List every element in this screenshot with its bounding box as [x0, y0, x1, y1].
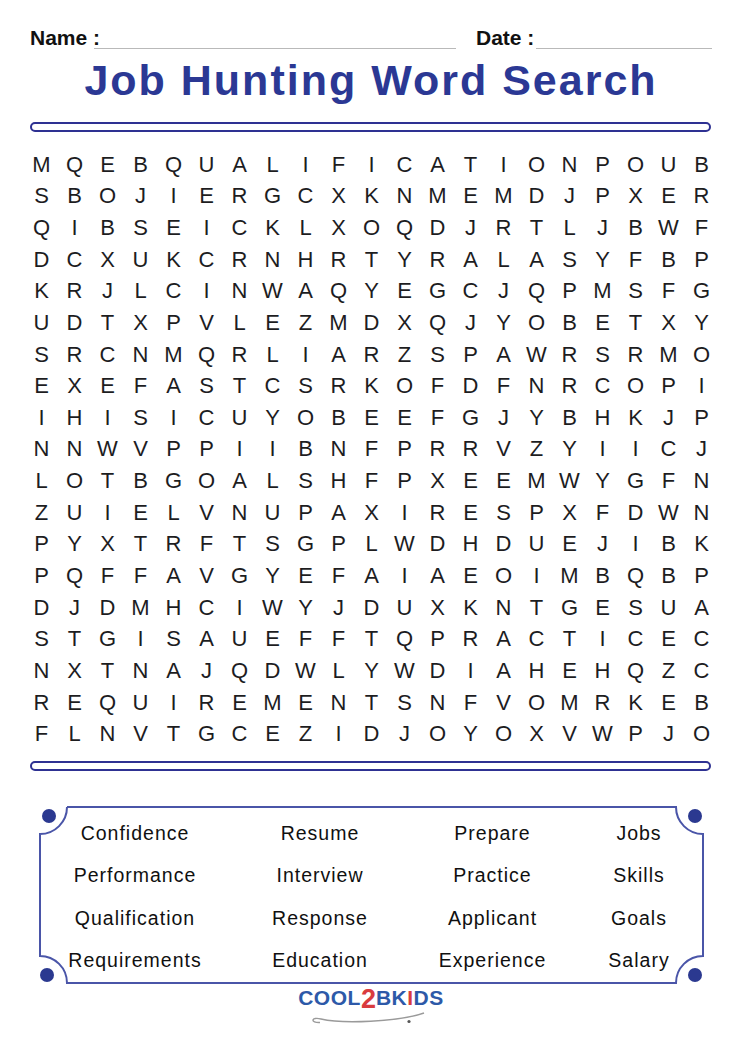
- grid-cell-r13c1[interactable]: P: [25, 529, 58, 561]
- grid-cell-r5c20[interactable]: F: [652, 276, 685, 308]
- grid-cell-r2c10[interactable]: X: [322, 181, 355, 213]
- grid-cell-r17c8[interactable]: D: [256, 655, 289, 687]
- grid-cell-r10c17[interactable]: Y: [553, 434, 586, 466]
- grid-cell-r9c9[interactable]: O: [289, 402, 322, 434]
- grid-cell-r4c16[interactable]: A: [520, 244, 553, 276]
- grid-cell-r11c20[interactable]: F: [652, 465, 685, 497]
- grid-cell-r3c14[interactable]: J: [454, 212, 487, 244]
- grid-cell-r4c20[interactable]: B: [652, 244, 685, 276]
- grid-cell-r2c2[interactable]: B: [58, 181, 91, 213]
- grid-cell-r14c14[interactable]: E: [454, 560, 487, 592]
- grid-cell-r18c4[interactable]: U: [124, 687, 157, 719]
- grid-cell-r13c13[interactable]: D: [421, 529, 454, 561]
- grid-cell-r19c10[interactable]: I: [322, 718, 355, 750]
- grid-cell-r13c6[interactable]: F: [190, 529, 223, 561]
- grid-cell-r18c10[interactable]: N: [322, 687, 355, 719]
- grid-cell-r4c18[interactable]: Y: [586, 244, 619, 276]
- grid-cell-r2c14[interactable]: E: [454, 181, 487, 213]
- grid-cell-r8c12[interactable]: O: [388, 370, 421, 402]
- grid-cell-r4c17[interactable]: S: [553, 244, 586, 276]
- grid-cell-r2c16[interactable]: D: [520, 181, 553, 213]
- grid-cell-r16c5[interactable]: S: [157, 623, 190, 655]
- grid-cell-r2c11[interactable]: K: [355, 181, 388, 213]
- grid-cell-r5c2[interactable]: R: [58, 276, 91, 308]
- grid-cell-r3c4[interactable]: S: [124, 212, 157, 244]
- grid-cell-r1c6[interactable]: U: [190, 149, 223, 181]
- grid-cell-r9c7[interactable]: U: [223, 402, 256, 434]
- grid-cell-r15c19[interactable]: S: [619, 592, 652, 624]
- grid-cell-r15c11[interactable]: D: [355, 592, 388, 624]
- grid-cell-r3c18[interactable]: J: [586, 212, 619, 244]
- grid-cell-r16c12[interactable]: Q: [388, 623, 421, 655]
- grid-cell-r5c11[interactable]: Y: [355, 276, 388, 308]
- grid-cell-r2c15[interactable]: M: [487, 181, 520, 213]
- grid-cell-r17c5[interactable]: A: [157, 655, 190, 687]
- grid-cell-r4c11[interactable]: T: [355, 244, 388, 276]
- grid-cell-r1c1[interactable]: M: [25, 149, 58, 181]
- grid-cell-r14c1[interactable]: P: [25, 560, 58, 592]
- grid-cell-r9c20[interactable]: J: [652, 402, 685, 434]
- grid-cell-r15c9[interactable]: Y: [289, 592, 322, 624]
- grid-cell-r5c1[interactable]: K: [25, 276, 58, 308]
- grid-cell-r14c2[interactable]: Q: [58, 560, 91, 592]
- grid-cell-r11c6[interactable]: O: [190, 465, 223, 497]
- grid-cell-r17c2[interactable]: X: [58, 655, 91, 687]
- grid-cell-r6c11[interactable]: D: [355, 307, 388, 339]
- grid-cell-r9c16[interactable]: Y: [520, 402, 553, 434]
- grid-cell-r1c8[interactable]: L: [256, 149, 289, 181]
- grid-cell-r10c12[interactable]: P: [388, 434, 421, 466]
- grid-cell-r12c11[interactable]: X: [355, 497, 388, 529]
- grid-cell-r19c4[interactable]: V: [124, 718, 157, 750]
- grid-cell-r4c14[interactable]: A: [454, 244, 487, 276]
- grid-cell-r10c1[interactable]: N: [25, 434, 58, 466]
- grid-cell-r1c5[interactable]: Q: [157, 149, 190, 181]
- grid-cell-r19c21[interactable]: O: [685, 718, 718, 750]
- grid-cell-r11c8[interactable]: L: [256, 465, 289, 497]
- grid-cell-r8c5[interactable]: A: [157, 370, 190, 402]
- grid-cell-r16c4[interactable]: I: [124, 623, 157, 655]
- grid-cell-r19c12[interactable]: J: [388, 718, 421, 750]
- grid-cell-r7c9[interactable]: I: [289, 339, 322, 371]
- grid-cell-r10c20[interactable]: C: [652, 434, 685, 466]
- grid-cell-r10c3[interactable]: W: [91, 434, 124, 466]
- grid-cell-r12c14[interactable]: E: [454, 497, 487, 529]
- grid-cell-r17c12[interactable]: W: [388, 655, 421, 687]
- grid-cell-r8c18[interactable]: C: [586, 370, 619, 402]
- grid-cell-r15c13[interactable]: X: [421, 592, 454, 624]
- grid-cell-r15c4[interactable]: M: [124, 592, 157, 624]
- grid-cell-r12c12[interactable]: I: [388, 497, 421, 529]
- grid-cell-r13c17[interactable]: E: [553, 529, 586, 561]
- grid-cell-r16c11[interactable]: T: [355, 623, 388, 655]
- grid-cell-r14c5[interactable]: A: [157, 560, 190, 592]
- grid-cell-r2c9[interactable]: C: [289, 181, 322, 213]
- grid-cell-r18c3[interactable]: Q: [91, 687, 124, 719]
- grid-cell-r7c6[interactable]: Q: [190, 339, 223, 371]
- grid-cell-r11c11[interactable]: F: [355, 465, 388, 497]
- grid-cell-r7c5[interactable]: M: [157, 339, 190, 371]
- grid-cell-r12c20[interactable]: W: [652, 497, 685, 529]
- grid-cell-r14c11[interactable]: A: [355, 560, 388, 592]
- grid-cell-r7c4[interactable]: N: [124, 339, 157, 371]
- grid-cell-r18c20[interactable]: E: [652, 687, 685, 719]
- grid-cell-r14c21[interactable]: P: [685, 560, 718, 592]
- grid-cell-r18c15[interactable]: V: [487, 687, 520, 719]
- grid-cell-r11c3[interactable]: T: [91, 465, 124, 497]
- grid-cell-r1c14[interactable]: T: [454, 149, 487, 181]
- grid-cell-r1c17[interactable]: N: [553, 149, 586, 181]
- grid-cell-r1c4[interactable]: B: [124, 149, 157, 181]
- grid-cell-r4c5[interactable]: K: [157, 244, 190, 276]
- grid-cell-r14c18[interactable]: B: [586, 560, 619, 592]
- grid-cell-r9c3[interactable]: I: [91, 402, 124, 434]
- grid-cell-r13c11[interactable]: L: [355, 529, 388, 561]
- grid-cell-r7c13[interactable]: S: [421, 339, 454, 371]
- name-input-line[interactable]: [94, 29, 456, 49]
- grid-cell-r15c1[interactable]: D: [25, 592, 58, 624]
- grid-cell-r10c15[interactable]: V: [487, 434, 520, 466]
- grid-cell-r14c7[interactable]: G: [223, 560, 256, 592]
- grid-cell-r1c20[interactable]: U: [652, 149, 685, 181]
- grid-cell-r10c10[interactable]: N: [322, 434, 355, 466]
- grid-cell-r10c13[interactable]: R: [421, 434, 454, 466]
- grid-cell-r10c14[interactable]: R: [454, 434, 487, 466]
- grid-cell-r19c18[interactable]: W: [586, 718, 619, 750]
- grid-cell-r19c6[interactable]: G: [190, 718, 223, 750]
- grid-cell-r4c6[interactable]: C: [190, 244, 223, 276]
- grid-cell-r14c3[interactable]: F: [91, 560, 124, 592]
- grid-cell-r19c15[interactable]: O: [487, 718, 520, 750]
- grid-cell-r18c18[interactable]: R: [586, 687, 619, 719]
- grid-cell-r10c7[interactable]: I: [223, 434, 256, 466]
- grid-cell-r2c3[interactable]: O: [91, 181, 124, 213]
- grid-cell-r9c15[interactable]: J: [487, 402, 520, 434]
- grid-cell-r4c4[interactable]: U: [124, 244, 157, 276]
- grid-cell-r18c8[interactable]: M: [256, 687, 289, 719]
- grid-cell-r8c6[interactable]: S: [190, 370, 223, 402]
- grid-cell-r8c11[interactable]: K: [355, 370, 388, 402]
- grid-cell-r9c11[interactable]: E: [355, 402, 388, 434]
- grid-cell-r9c1[interactable]: I: [25, 402, 58, 434]
- grid-cell-r10c19[interactable]: I: [619, 434, 652, 466]
- grid-cell-r18c9[interactable]: E: [289, 687, 322, 719]
- grid-cell-r7c19[interactable]: R: [619, 339, 652, 371]
- grid-cell-r7c12[interactable]: Z: [388, 339, 421, 371]
- grid-cell-r8c19[interactable]: O: [619, 370, 652, 402]
- grid-cell-r16c9[interactable]: F: [289, 623, 322, 655]
- grid-cell-r5c14[interactable]: C: [454, 276, 487, 308]
- grid-cell-r8c10[interactable]: R: [322, 370, 355, 402]
- grid-cell-r17c14[interactable]: I: [454, 655, 487, 687]
- grid-cell-r17c10[interactable]: L: [322, 655, 355, 687]
- grid-cell-r3c7[interactable]: C: [223, 212, 256, 244]
- grid-cell-r15c21[interactable]: A: [685, 592, 718, 624]
- grid-cell-r10c18[interactable]: I: [586, 434, 619, 466]
- grid-cell-r2c1[interactable]: S: [25, 181, 58, 213]
- grid-cell-r9c19[interactable]: K: [619, 402, 652, 434]
- grid-cell-r5c17[interactable]: P: [553, 276, 586, 308]
- grid-cell-r15c2[interactable]: J: [58, 592, 91, 624]
- grid-cell-r10c2[interactable]: N: [58, 434, 91, 466]
- grid-cell-r16c18[interactable]: I: [586, 623, 619, 655]
- grid-cell-r17c11[interactable]: Y: [355, 655, 388, 687]
- grid-cell-r15c18[interactable]: E: [586, 592, 619, 624]
- grid-cell-r19c16[interactable]: X: [520, 718, 553, 750]
- grid-cell-r12c19[interactable]: D: [619, 497, 652, 529]
- grid-cell-r1c18[interactable]: P: [586, 149, 619, 181]
- grid-cell-r3c9[interactable]: L: [289, 212, 322, 244]
- grid-cell-r16c3[interactable]: G: [91, 623, 124, 655]
- grid-cell-r3c11[interactable]: O: [355, 212, 388, 244]
- grid-cell-r5c18[interactable]: M: [586, 276, 619, 308]
- grid-cell-r3c20[interactable]: W: [652, 212, 685, 244]
- grid-cell-r15c7[interactable]: I: [223, 592, 256, 624]
- grid-cell-r9c6[interactable]: C: [190, 402, 223, 434]
- grid-cell-r16c1[interactable]: S: [25, 623, 58, 655]
- grid-cell-r5c19[interactable]: S: [619, 276, 652, 308]
- grid-cell-r19c7[interactable]: C: [223, 718, 256, 750]
- grid-cell-r9c2[interactable]: H: [58, 402, 91, 434]
- grid-cell-r6c14[interactable]: J: [454, 307, 487, 339]
- grid-cell-r17c4[interactable]: N: [124, 655, 157, 687]
- grid-cell-r6c2[interactable]: D: [58, 307, 91, 339]
- grid-cell-r5c12[interactable]: E: [388, 276, 421, 308]
- grid-cell-r13c8[interactable]: S: [256, 529, 289, 561]
- grid-cell-r7c8[interactable]: L: [256, 339, 289, 371]
- grid-cell-r3c16[interactable]: T: [520, 212, 553, 244]
- grid-cell-r4c19[interactable]: F: [619, 244, 652, 276]
- grid-cell-r6c15[interactable]: Y: [487, 307, 520, 339]
- grid-cell-r3c3[interactable]: B: [91, 212, 124, 244]
- grid-cell-r18c21[interactable]: B: [685, 687, 718, 719]
- grid-cell-r7c16[interactable]: W: [520, 339, 553, 371]
- grid-cell-r7c3[interactable]: C: [91, 339, 124, 371]
- grid-cell-r4c2[interactable]: C: [58, 244, 91, 276]
- grid-cell-r14c20[interactable]: B: [652, 560, 685, 592]
- grid-cell-r12c5[interactable]: L: [157, 497, 190, 529]
- grid-cell-r14c15[interactable]: O: [487, 560, 520, 592]
- grid-cell-r2c4[interactable]: J: [124, 181, 157, 213]
- grid-cell-r3c21[interactable]: F: [685, 212, 718, 244]
- grid-cell-r11c19[interactable]: G: [619, 465, 652, 497]
- grid-cell-r13c7[interactable]: T: [223, 529, 256, 561]
- grid-cell-r12c3[interactable]: I: [91, 497, 124, 529]
- grid-cell-r6c18[interactable]: E: [586, 307, 619, 339]
- grid-cell-r6c13[interactable]: Q: [421, 307, 454, 339]
- grid-cell-r10c8[interactable]: I: [256, 434, 289, 466]
- grid-cell-r14c10[interactable]: F: [322, 560, 355, 592]
- grid-cell-r15c8[interactable]: W: [256, 592, 289, 624]
- grid-cell-r15c20[interactable]: U: [652, 592, 685, 624]
- grid-cell-r11c4[interactable]: B: [124, 465, 157, 497]
- grid-cell-r7c2[interactable]: R: [58, 339, 91, 371]
- grid-cell-r9c12[interactable]: E: [388, 402, 421, 434]
- grid-cell-r19c19[interactable]: P: [619, 718, 652, 750]
- grid-cell-r7c15[interactable]: A: [487, 339, 520, 371]
- grid-cell-r11c12[interactable]: P: [388, 465, 421, 497]
- grid-cell-r3c8[interactable]: K: [256, 212, 289, 244]
- grid-cell-r16c2[interactable]: T: [58, 623, 91, 655]
- grid-cell-r1c12[interactable]: C: [388, 149, 421, 181]
- grid-cell-r13c4[interactable]: T: [124, 529, 157, 561]
- grid-cell-r14c16[interactable]: I: [520, 560, 553, 592]
- grid-cell-r18c19[interactable]: K: [619, 687, 652, 719]
- grid-cell-r8c1[interactable]: E: [25, 370, 58, 402]
- grid-cell-r1c13[interactable]: A: [421, 149, 454, 181]
- grid-cell-r18c7[interactable]: E: [223, 687, 256, 719]
- grid-cell-r15c15[interactable]: N: [487, 592, 520, 624]
- grid-cell-r2c5[interactable]: I: [157, 181, 190, 213]
- grid-cell-r17c18[interactable]: H: [586, 655, 619, 687]
- grid-cell-r6c9[interactable]: Z: [289, 307, 322, 339]
- grid-cell-r19c14[interactable]: Y: [454, 718, 487, 750]
- grid-cell-r7c17[interactable]: R: [553, 339, 586, 371]
- grid-cell-r3c15[interactable]: R: [487, 212, 520, 244]
- grid-cell-r1c19[interactable]: O: [619, 149, 652, 181]
- grid-cell-r3c6[interactable]: I: [190, 212, 223, 244]
- grid-cell-r13c3[interactable]: X: [91, 529, 124, 561]
- grid-cell-r15c17[interactable]: G: [553, 592, 586, 624]
- grid-cell-r14c13[interactable]: A: [421, 560, 454, 592]
- grid-cell-r12c4[interactable]: E: [124, 497, 157, 529]
- grid-cell-r5c8[interactable]: W: [256, 276, 289, 308]
- grid-cell-r8c4[interactable]: F: [124, 370, 157, 402]
- grid-cell-r19c3[interactable]: N: [91, 718, 124, 750]
- grid-cell-r8c8[interactable]: C: [256, 370, 289, 402]
- grid-cell-r14c6[interactable]: V: [190, 560, 223, 592]
- grid-cell-r16c17[interactable]: T: [553, 623, 586, 655]
- grid-cell-r9c17[interactable]: B: [553, 402, 586, 434]
- grid-cell-r6c4[interactable]: X: [124, 307, 157, 339]
- grid-cell-r8c20[interactable]: P: [652, 370, 685, 402]
- grid-cell-r11c21[interactable]: N: [685, 465, 718, 497]
- grid-cell-r6c10[interactable]: M: [322, 307, 355, 339]
- grid-cell-r18c5[interactable]: I: [157, 687, 190, 719]
- grid-cell-r1c21[interactable]: B: [685, 149, 718, 181]
- grid-cell-r9c21[interactable]: P: [685, 402, 718, 434]
- grid-cell-r4c7[interactable]: R: [223, 244, 256, 276]
- grid-cell-r10c6[interactable]: P: [190, 434, 223, 466]
- grid-cell-r1c11[interactable]: I: [355, 149, 388, 181]
- grid-cell-r12c10[interactable]: A: [322, 497, 355, 529]
- grid-cell-r12c6[interactable]: V: [190, 497, 223, 529]
- grid-cell-r12c9[interactable]: P: [289, 497, 322, 529]
- grid-cell-r11c9[interactable]: S: [289, 465, 322, 497]
- grid-cell-r7c21[interactable]: O: [685, 339, 718, 371]
- grid-cell-r14c9[interactable]: E: [289, 560, 322, 592]
- grid-cell-r16c13[interactable]: P: [421, 623, 454, 655]
- grid-cell-r19c8[interactable]: E: [256, 718, 289, 750]
- grid-cell-r18c12[interactable]: S: [388, 687, 421, 719]
- grid-cell-r8c7[interactable]: T: [223, 370, 256, 402]
- grid-cell-r15c12[interactable]: U: [388, 592, 421, 624]
- grid-cell-r16c7[interactable]: U: [223, 623, 256, 655]
- grid-cell-r14c8[interactable]: Y: [256, 560, 289, 592]
- grid-cell-r13c12[interactable]: W: [388, 529, 421, 561]
- grid-cell-r16c21[interactable]: C: [685, 623, 718, 655]
- grid-cell-r4c12[interactable]: Y: [388, 244, 421, 276]
- grid-cell-r8c3[interactable]: E: [91, 370, 124, 402]
- grid-cell-r17c3[interactable]: T: [91, 655, 124, 687]
- grid-cell-r5c16[interactable]: Q: [520, 276, 553, 308]
- grid-cell-r16c15[interactable]: A: [487, 623, 520, 655]
- grid-cell-r10c16[interactable]: Z: [520, 434, 553, 466]
- grid-cell-r17c1[interactable]: N: [25, 655, 58, 687]
- grid-cell-r2c19[interactable]: X: [619, 181, 652, 213]
- grid-cell-r5c6[interactable]: I: [190, 276, 223, 308]
- grid-cell-r12c8[interactable]: U: [256, 497, 289, 529]
- grid-cell-r9c4[interactable]: S: [124, 402, 157, 434]
- grid-cell-r11c16[interactable]: M: [520, 465, 553, 497]
- grid-cell-r18c2[interactable]: E: [58, 687, 91, 719]
- grid-cell-r5c15[interactable]: J: [487, 276, 520, 308]
- grid-cell-r18c17[interactable]: M: [553, 687, 586, 719]
- grid-cell-r13c14[interactable]: H: [454, 529, 487, 561]
- grid-cell-r10c5[interactable]: P: [157, 434, 190, 466]
- grid-cell-r12c2[interactable]: U: [58, 497, 91, 529]
- grid-cell-r3c1[interactable]: Q: [25, 212, 58, 244]
- grid-cell-r2c20[interactable]: E: [652, 181, 685, 213]
- grid-cell-r5c7[interactable]: N: [223, 276, 256, 308]
- grid-cell-r2c13[interactable]: M: [421, 181, 454, 213]
- grid-cell-r12c21[interactable]: N: [685, 497, 718, 529]
- grid-cell-r2c7[interactable]: R: [223, 181, 256, 213]
- grid-cell-r15c16[interactable]: T: [520, 592, 553, 624]
- grid-cell-r18c14[interactable]: F: [454, 687, 487, 719]
- grid-cell-r11c17[interactable]: W: [553, 465, 586, 497]
- grid-cell-r18c1[interactable]: R: [25, 687, 58, 719]
- grid-cell-r8c9[interactable]: S: [289, 370, 322, 402]
- grid-cell-r12c7[interactable]: N: [223, 497, 256, 529]
- grid-cell-r15c6[interactable]: C: [190, 592, 223, 624]
- grid-cell-r17c16[interactable]: H: [520, 655, 553, 687]
- grid-cell-r6c6[interactable]: V: [190, 307, 223, 339]
- grid-cell-r4c3[interactable]: X: [91, 244, 124, 276]
- grid-cell-r18c16[interactable]: O: [520, 687, 553, 719]
- grid-cell-r6c19[interactable]: T: [619, 307, 652, 339]
- grid-cell-r7c20[interactable]: M: [652, 339, 685, 371]
- grid-cell-r17c20[interactable]: Z: [652, 655, 685, 687]
- grid-cell-r4c21[interactable]: P: [685, 244, 718, 276]
- grid-cell-r11c10[interactable]: H: [322, 465, 355, 497]
- grid-cell-r10c11[interactable]: F: [355, 434, 388, 466]
- grid-cell-r11c15[interactable]: E: [487, 465, 520, 497]
- grid-cell-r13c19[interactable]: I: [619, 529, 652, 561]
- grid-cell-r3c17[interactable]: L: [553, 212, 586, 244]
- grid-cell-r11c18[interactable]: Y: [586, 465, 619, 497]
- grid-cell-r6c12[interactable]: X: [388, 307, 421, 339]
- grid-cell-r5c3[interactable]: J: [91, 276, 124, 308]
- grid-cell-r4c1[interactable]: D: [25, 244, 58, 276]
- grid-cell-r3c10[interactable]: X: [322, 212, 355, 244]
- grid-cell-r9c5[interactable]: I: [157, 402, 190, 434]
- grid-cell-r3c19[interactable]: B: [619, 212, 652, 244]
- grid-cell-r12c18[interactable]: F: [586, 497, 619, 529]
- grid-cell-r3c13[interactable]: D: [421, 212, 454, 244]
- grid-cell-r2c17[interactable]: J: [553, 181, 586, 213]
- grid-cell-r16c6[interactable]: A: [190, 623, 223, 655]
- grid-cell-r13c16[interactable]: U: [520, 529, 553, 561]
- grid-cell-r5c4[interactable]: L: [124, 276, 157, 308]
- grid-cell-r6c5[interactable]: P: [157, 307, 190, 339]
- grid-cell-r18c13[interactable]: N: [421, 687, 454, 719]
- grid-cell-r8c2[interactable]: X: [58, 370, 91, 402]
- grid-cell-r3c5[interactable]: E: [157, 212, 190, 244]
- grid-cell-r19c9[interactable]: Z: [289, 718, 322, 750]
- grid-cell-r16c8[interactable]: E: [256, 623, 289, 655]
- grid-cell-r2c6[interactable]: E: [190, 181, 223, 213]
